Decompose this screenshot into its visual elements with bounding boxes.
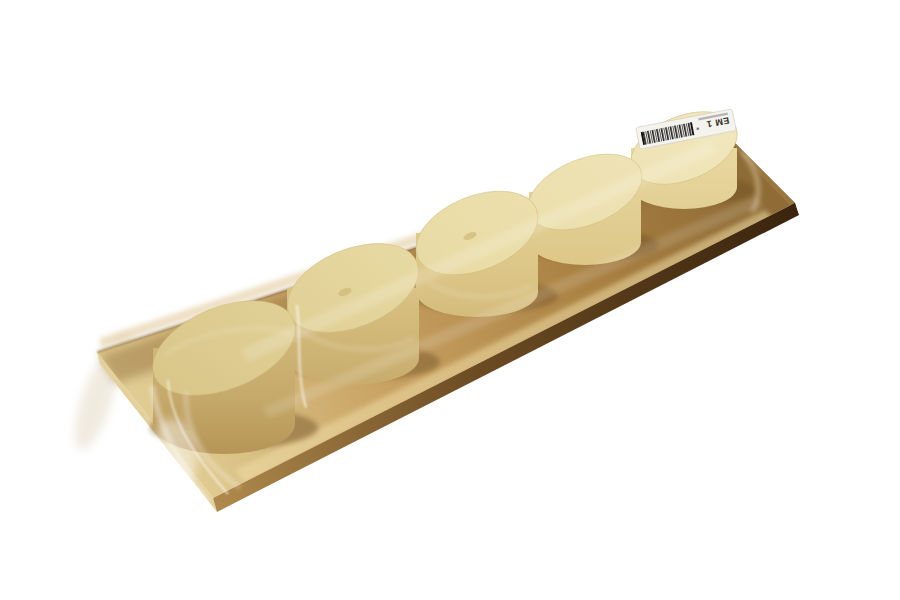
product-photo: EM 1 *: [0, 0, 900, 600]
product-photo-canvas: EM 1 *: [0, 0, 900, 600]
